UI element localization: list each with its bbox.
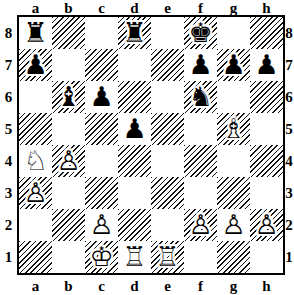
- file-label-top-c: c: [85, 0, 118, 15]
- square-g8[interactable]: [217, 17, 250, 49]
- square-f4[interactable]: [184, 145, 217, 177]
- white-pawn: ♙: [221, 209, 245, 241]
- square-c6[interactable]: ♟: [85, 81, 118, 113]
- square-d8[interactable]: ♜: [118, 17, 151, 49]
- square-c3[interactable]: [85, 177, 118, 209]
- rank-label-right-7: 7: [284, 49, 294, 81]
- square-b1[interactable]: [52, 241, 85, 273]
- rank-labels-right: 8 7 6 5 4 3 2 1: [284, 17, 294, 273]
- square-g2[interactable]: ♙: [217, 209, 250, 241]
- rank-label-right-5: 5: [284, 113, 294, 145]
- rank-label-left-1: 1: [1, 241, 16, 273]
- white-rook: ♖: [155, 241, 179, 273]
- square-f8[interactable]: ♚: [184, 17, 217, 49]
- square-c5[interactable]: [85, 113, 118, 145]
- rank-label-right-3: 3: [284, 177, 294, 209]
- chess-diagram: a b c d e f g h 8 7 6 5 4 3 2 1 8 7 6 5 …: [0, 0, 294, 295]
- rank-label-left-4: 4: [1, 145, 16, 177]
- square-b2[interactable]: [52, 209, 85, 241]
- black-pawn: ♟: [188, 49, 212, 81]
- black-rook: ♜: [23, 17, 47, 49]
- square-f2[interactable]: ♙: [184, 209, 217, 241]
- square-c2[interactable]: ♙: [85, 209, 118, 241]
- square-a3[interactable]: ♙: [19, 177, 52, 209]
- square-h7[interactable]: ♟: [250, 49, 283, 81]
- rank-label-right-1: 1: [284, 241, 294, 273]
- square-h5[interactable]: [250, 113, 283, 145]
- rank-label-right-2: 2: [284, 209, 294, 241]
- white-king: ♔: [89, 241, 113, 273]
- black-pawn: ♟: [122, 113, 146, 145]
- white-pawn: ♙: [89, 209, 113, 241]
- file-label-bottom-c: c: [85, 275, 118, 295]
- square-h3[interactable]: [250, 177, 283, 209]
- rank-label-left-6: 6: [1, 81, 16, 113]
- square-g5[interactable]: ♗: [217, 113, 250, 145]
- file-label-bottom-g: g: [217, 275, 250, 295]
- square-g6[interactable]: [217, 81, 250, 113]
- square-e3[interactable]: [151, 177, 184, 209]
- square-a5[interactable]: [19, 113, 52, 145]
- square-e5[interactable]: [151, 113, 184, 145]
- file-labels-top: a b c d e f g h: [19, 0, 283, 15]
- square-d6[interactable]: [118, 81, 151, 113]
- file-label-bottom-b: b: [52, 275, 85, 295]
- square-f6[interactable]: ♞: [184, 81, 217, 113]
- square-b4[interactable]: ♙: [52, 145, 85, 177]
- square-b7[interactable]: [52, 49, 85, 81]
- black-bishop: ♝: [56, 81, 80, 113]
- square-e8[interactable]: [151, 17, 184, 49]
- square-e1[interactable]: ♖: [151, 241, 184, 273]
- file-label-bottom-h: h: [250, 275, 283, 295]
- file-label-top-h: h: [250, 0, 283, 15]
- square-a6[interactable]: [19, 81, 52, 113]
- black-pawn: ♟: [254, 49, 278, 81]
- file-label-bottom-a: a: [19, 275, 52, 295]
- square-f7[interactable]: ♟: [184, 49, 217, 81]
- file-label-top-f: f: [184, 0, 217, 15]
- square-c8[interactable]: [85, 17, 118, 49]
- black-pawn: ♟: [23, 49, 47, 81]
- square-a1[interactable]: [19, 241, 52, 273]
- rank-label-left-8: 8: [1, 17, 16, 49]
- square-h4[interactable]: [250, 145, 283, 177]
- black-knight: ♞: [188, 81, 212, 113]
- square-a8[interactable]: ♜: [19, 17, 52, 49]
- square-d7[interactable]: [118, 49, 151, 81]
- square-d4[interactable]: [118, 145, 151, 177]
- white-bishop: ♗: [221, 113, 245, 145]
- square-a2[interactable]: [19, 209, 52, 241]
- rank-label-left-7: 7: [1, 49, 16, 81]
- rank-label-left-2: 2: [1, 209, 16, 241]
- square-a7[interactable]: ♟: [19, 49, 52, 81]
- square-h1[interactable]: [250, 241, 283, 273]
- black-king: ♚: [188, 17, 212, 49]
- square-d5[interactable]: ♟: [118, 113, 151, 145]
- square-h2[interactable]: ♙: [250, 209, 283, 241]
- square-c4[interactable]: [85, 145, 118, 177]
- square-g4[interactable]: [217, 145, 250, 177]
- square-f5[interactable]: [184, 113, 217, 145]
- white-pawn: ♙: [56, 145, 80, 177]
- white-pawn: ♙: [23, 177, 47, 209]
- white-pawn: ♙: [188, 209, 212, 241]
- square-e2[interactable]: [151, 209, 184, 241]
- square-e4[interactable]: [151, 145, 184, 177]
- black-rook: ♜: [122, 17, 146, 49]
- rank-label-left-3: 3: [1, 177, 16, 209]
- square-b8[interactable]: [52, 17, 85, 49]
- square-h8[interactable]: [250, 17, 283, 49]
- file-label-top-d: d: [118, 0, 151, 15]
- square-d1[interactable]: ♖: [118, 241, 151, 273]
- black-pawn: ♟: [89, 81, 113, 113]
- white-rook: ♖: [122, 241, 146, 273]
- square-c1[interactable]: ♔: [85, 241, 118, 273]
- square-f3[interactable]: [184, 177, 217, 209]
- square-g7[interactable]: ♟: [217, 49, 250, 81]
- file-labels-bottom: a b c d e f g h: [19, 275, 283, 295]
- square-a4[interactable]: ♘: [19, 145, 52, 177]
- square-h6[interactable]: [250, 81, 283, 113]
- square-b6[interactable]: ♝: [52, 81, 85, 113]
- square-d3[interactable]: [118, 177, 151, 209]
- square-g1[interactable]: [217, 241, 250, 273]
- square-f1[interactable]: [184, 241, 217, 273]
- black-pawn: ♟: [221, 49, 245, 81]
- file-label-top-b: b: [52, 0, 85, 15]
- file-label-bottom-d: d: [118, 275, 151, 295]
- rank-label-left-5: 5: [1, 113, 16, 145]
- square-e6[interactable]: [151, 81, 184, 113]
- white-knight: ♘: [23, 145, 47, 177]
- square-d2[interactable]: [118, 209, 151, 241]
- file-label-bottom-e: e: [151, 275, 184, 295]
- rank-label-right-8: 8: [284, 17, 294, 49]
- rank-label-right-6: 6: [284, 81, 294, 113]
- file-label-bottom-f: f: [184, 275, 217, 295]
- file-label-top-g: g: [217, 0, 250, 15]
- white-pawn: ♙: [254, 209, 278, 241]
- square-b3[interactable]: [52, 177, 85, 209]
- file-label-top-a: a: [19, 0, 52, 15]
- rank-labels-left: 8 7 6 5 4 3 2 1: [1, 17, 16, 273]
- chess-board: ♜♜♚♟♟♟♟♝♟♞♟♗♘♙♙♙♙♙♙♔♖♖: [17, 15, 285, 275]
- square-g3[interactable]: [217, 177, 250, 209]
- file-label-top-e: e: [151, 0, 184, 15]
- square-b5[interactable]: [52, 113, 85, 145]
- square-c7[interactable]: [85, 49, 118, 81]
- square-e7[interactable]: [151, 49, 184, 81]
- rank-label-right-4: 4: [284, 145, 294, 177]
